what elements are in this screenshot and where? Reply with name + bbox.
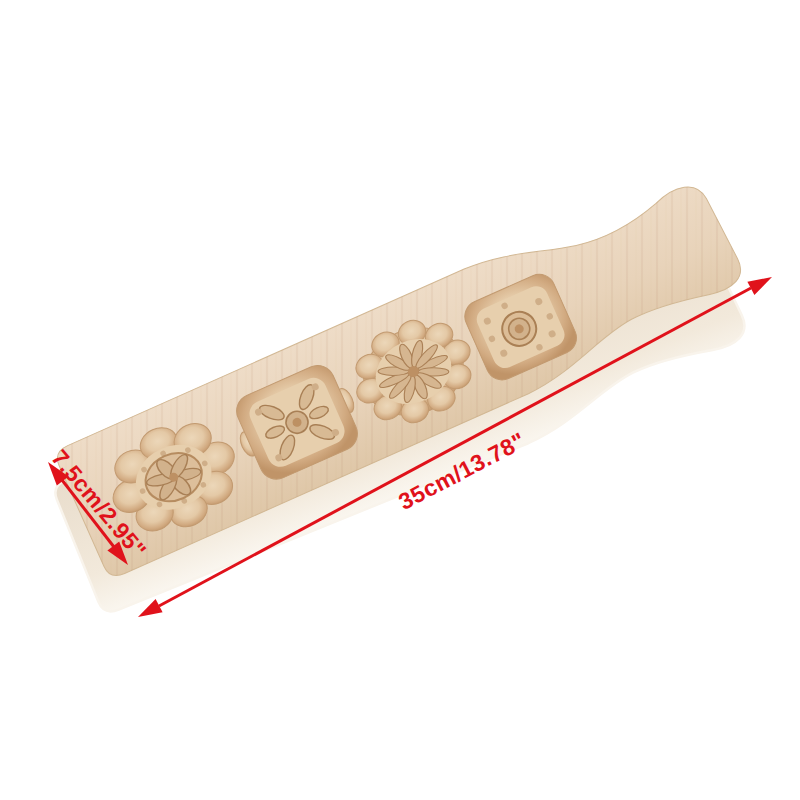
length-arrowhead-start-icon <box>138 599 163 617</box>
product-photo: 35cm/13.78" 7.5cm/2.95" <box>0 0 800 800</box>
mooncake-mold <box>35 166 775 637</box>
length-arrowhead-end-icon <box>747 277 772 295</box>
product-photo-canvas: 35cm/13.78" 7.5cm/2.95" <box>0 0 800 800</box>
